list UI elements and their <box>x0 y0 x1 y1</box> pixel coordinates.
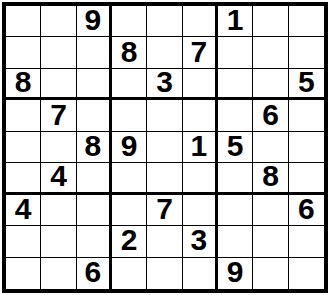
given-digit: 6 <box>298 195 315 224</box>
given-digit: 8 <box>121 37 138 66</box>
cell-r9c7[interactable]: 9 <box>218 258 253 289</box>
given-digit: 7 <box>50 100 67 129</box>
cell-r5c2[interactable] <box>41 132 76 163</box>
cell-r5c8[interactable] <box>253 132 288 163</box>
cell-r7c5[interactable]: 7 <box>147 195 182 226</box>
cell-r8c2[interactable] <box>41 226 76 257</box>
cell-r4c8[interactable]: 6 <box>253 100 288 131</box>
cell-r3c2[interactable] <box>41 69 76 100</box>
cell-r1c4[interactable] <box>112 6 147 37</box>
cell-r8c8[interactable] <box>253 226 288 257</box>
given-digit: 1 <box>227 6 244 35</box>
given-digit: 8 <box>262 163 279 191</box>
cell-r7c8[interactable] <box>253 195 288 226</box>
cell-r9c3[interactable]: 6 <box>77 258 112 289</box>
cell-r2c8[interactable] <box>253 37 288 68</box>
cell-r6c7[interactable] <box>218 163 253 194</box>
cell-r9c9[interactable] <box>289 258 324 289</box>
cell-r8c6[interactable]: 3 <box>183 226 218 257</box>
cell-r7c7[interactable] <box>218 195 253 226</box>
cell-r3c5[interactable]: 3 <box>147 69 182 100</box>
given-digit: 1 <box>190 132 207 161</box>
given-digit: 6 <box>262 100 279 129</box>
cell-r5c4[interactable]: 9 <box>112 132 147 163</box>
cell-r6c3[interactable] <box>77 163 112 194</box>
cell-r3c6[interactable] <box>183 69 218 100</box>
cell-r2c4[interactable]: 8 <box>112 37 147 68</box>
given-digit: 3 <box>156 69 173 97</box>
given-digit: 9 <box>121 132 138 161</box>
cell-r2c1[interactable] <box>6 37 41 68</box>
cell-r4c9[interactable] <box>289 100 324 131</box>
given-digit: 5 <box>227 132 244 161</box>
cell-r9c1[interactable] <box>6 258 41 289</box>
cell-r3c1[interactable]: 8 <box>6 69 41 100</box>
cell-r3c8[interactable] <box>253 69 288 100</box>
cell-r2c2[interactable] <box>41 37 76 68</box>
cell-r6c2[interactable]: 4 <box>41 163 76 194</box>
cell-r6c6[interactable] <box>183 163 218 194</box>
cell-r3c4[interactable] <box>112 69 147 100</box>
cell-r7c1[interactable]: 4 <box>6 195 41 226</box>
cell-r2c6[interactable]: 7 <box>183 37 218 68</box>
cell-r7c2[interactable] <box>41 195 76 226</box>
cell-r3c3[interactable] <box>77 69 112 100</box>
cell-r2c3[interactable] <box>77 37 112 68</box>
cell-r1c6[interactable] <box>183 6 218 37</box>
cell-r9c8[interactable] <box>253 258 288 289</box>
cell-r6c8[interactable]: 8 <box>253 163 288 194</box>
cell-r1c8[interactable] <box>253 6 288 37</box>
given-digit: 9 <box>227 258 244 288</box>
cell-r5c1[interactable] <box>6 132 41 163</box>
cell-r9c2[interactable] <box>41 258 76 289</box>
cell-r1c7[interactable]: 1 <box>218 6 253 37</box>
cell-r6c9[interactable] <box>289 163 324 194</box>
sudoku-board-wrap: 9187835768915484762369 <box>2 2 328 293</box>
cell-r2c5[interactable] <box>147 37 182 68</box>
given-digit: 9 <box>84 6 101 35</box>
cell-r1c9[interactable] <box>289 6 324 37</box>
cell-r3c7[interactable] <box>218 69 253 100</box>
given-digit: 6 <box>84 258 101 288</box>
cell-r9c4[interactable] <box>112 258 147 289</box>
cell-r4c7[interactable] <box>218 100 253 131</box>
cell-r4c1[interactable] <box>6 100 41 131</box>
cell-r5c3[interactable]: 8 <box>77 132 112 163</box>
cell-r1c3[interactable]: 9 <box>77 6 112 37</box>
given-digit: 5 <box>298 69 315 97</box>
cell-r4c3[interactable] <box>77 100 112 131</box>
cell-r9c6[interactable] <box>183 258 218 289</box>
cell-r5c7[interactable]: 5 <box>218 132 253 163</box>
cell-r8c4[interactable]: 2 <box>112 226 147 257</box>
cell-r2c9[interactable] <box>289 37 324 68</box>
cell-r4c5[interactable] <box>147 100 182 131</box>
given-digit: 7 <box>190 37 207 66</box>
cell-r8c7[interactable] <box>218 226 253 257</box>
cell-r3c9[interactable]: 5 <box>289 69 324 100</box>
cell-r7c3[interactable] <box>77 195 112 226</box>
given-digit: 2 <box>121 226 138 255</box>
given-digit: 3 <box>190 226 207 255</box>
cell-r8c9[interactable] <box>289 226 324 257</box>
cell-r4c4[interactable] <box>112 100 147 131</box>
given-digit: 4 <box>50 163 67 191</box>
given-digit: 8 <box>84 132 101 161</box>
cell-r1c1[interactable] <box>6 6 41 37</box>
cell-r8c3[interactable] <box>77 226 112 257</box>
cell-r1c5[interactable] <box>147 6 182 37</box>
cell-r9c5[interactable] <box>147 258 182 289</box>
cell-r4c2[interactable]: 7 <box>41 100 76 131</box>
cell-r5c9[interactable] <box>289 132 324 163</box>
cell-r2c7[interactable] <box>218 37 253 68</box>
cell-r6c1[interactable] <box>6 163 41 194</box>
given-digit: 7 <box>156 195 173 224</box>
cell-r7c6[interactable] <box>183 195 218 226</box>
cell-r1c2[interactable] <box>41 6 76 37</box>
cell-r8c1[interactable] <box>6 226 41 257</box>
cell-r5c6[interactable]: 1 <box>183 132 218 163</box>
given-digit: 8 <box>15 69 32 97</box>
cell-r6c4[interactable] <box>112 163 147 194</box>
cell-r8c5[interactable] <box>147 226 182 257</box>
cell-r7c4[interactable] <box>112 195 147 226</box>
sudoku-board: 9187835768915484762369 <box>2 2 328 293</box>
cell-r6c5[interactable] <box>147 163 182 194</box>
given-digit: 4 <box>15 195 32 224</box>
cell-r7c9[interactable]: 6 <box>289 195 324 226</box>
cell-r5c5[interactable] <box>147 132 182 163</box>
cell-r4c6[interactable] <box>183 100 218 131</box>
